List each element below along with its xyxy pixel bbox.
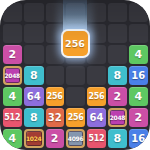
empty-cell xyxy=(24,3,44,22)
empty-cell xyxy=(129,24,147,43)
tile-8[interactable]: 8 xyxy=(24,66,44,85)
tile-256[interactable]: 256 xyxy=(87,87,105,106)
tile-64[interactable]: 64 xyxy=(24,87,44,106)
tile-4[interactable]: 4 xyxy=(3,129,23,148)
empty-cell xyxy=(87,45,105,64)
empty-cell xyxy=(3,3,23,22)
tile-256[interactable]: 256 xyxy=(66,108,86,127)
tile-512[interactable]: 512 xyxy=(3,108,23,127)
empty-cell xyxy=(129,3,147,22)
tile-2[interactable]: 2 xyxy=(3,45,23,64)
tile-8[interactable]: 8 xyxy=(108,66,128,85)
tile-16[interactable]: 16 xyxy=(129,129,147,148)
tile-512[interactable]: 512 xyxy=(87,129,105,148)
empty-cell xyxy=(46,45,64,64)
tile-4096[interactable]: 4096 xyxy=(66,129,86,148)
tile-16[interactable]: 16 xyxy=(129,66,147,85)
falling-tile-256[interactable]: 256 xyxy=(63,31,88,56)
tile-256[interactable]: 256 xyxy=(46,87,64,106)
tile-8[interactable]: 8 xyxy=(108,129,128,148)
tile-32[interactable]: 32 xyxy=(46,108,64,127)
tile-1024[interactable]: 1024 xyxy=(24,129,44,148)
empty-cell xyxy=(24,24,44,43)
icon-background: 2420488816464256256245128322566420482410… xyxy=(0,0,150,150)
app-icon[interactable]: 2420488816464256256245128322566420482410… xyxy=(0,0,150,150)
empty-cell xyxy=(87,66,105,85)
tile-2[interactable]: 2 xyxy=(46,129,64,148)
empty-cell xyxy=(108,3,128,22)
tile-4[interactable]: 4 xyxy=(129,87,147,106)
empty-cell xyxy=(66,87,86,106)
tile-4[interactable]: 4 xyxy=(3,87,23,106)
empty-cell xyxy=(46,66,64,85)
tile-2[interactable]: 2 xyxy=(108,87,128,106)
tile-64[interactable]: 64 xyxy=(87,108,105,127)
tile-2048[interactable]: 2048 xyxy=(108,108,128,127)
tile-4[interactable]: 4 xyxy=(129,45,147,64)
empty-cell xyxy=(24,45,44,64)
tile-2048[interactable]: 2048 xyxy=(3,66,23,85)
empty-cell xyxy=(66,66,86,85)
tile-8[interactable]: 8 xyxy=(24,108,44,127)
empty-cell xyxy=(108,45,128,64)
empty-cell xyxy=(108,24,128,43)
tile-2[interactable]: 2 xyxy=(129,108,147,127)
empty-cell xyxy=(3,24,23,43)
